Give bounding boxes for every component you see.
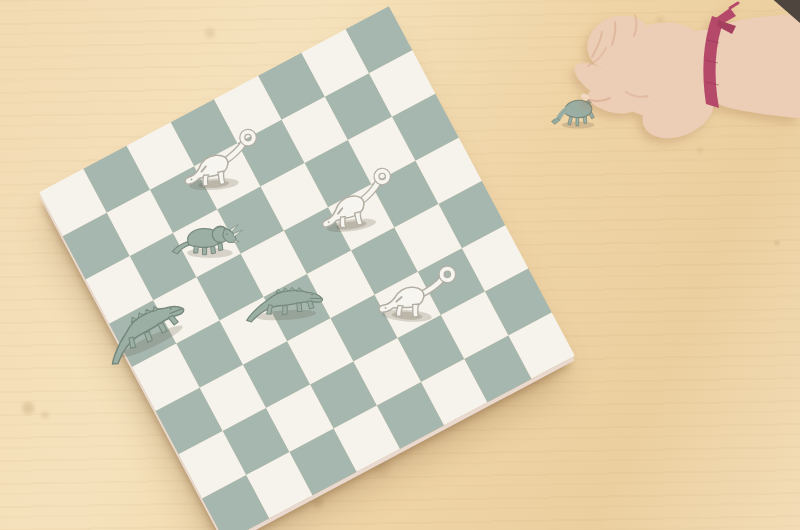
palm-and-fingers (568, 7, 726, 148)
hand (540, 0, 800, 199)
wood-knot (775, 241, 779, 245)
wood-knot (20, 400, 36, 416)
green-dino-piece-crocodile[interactable] (263, 274, 330, 341)
white-dino-piece-raptor-curled-tail[interactable] (374, 271, 441, 338)
wood-knot (40, 410, 50, 420)
white-dino-piece-raptor-curled-tail[interactable] (327, 184, 394, 251)
green-dino-piece-crocodile[interactable] (109, 300, 176, 367)
wood-knot (311, 496, 325, 510)
scene (0, 0, 800, 530)
wood-knot (203, 26, 217, 40)
green-dino-piece-triceratops[interactable] (173, 210, 240, 277)
white-dino-piece-raptor-curled-tail[interactable] (194, 143, 261, 210)
